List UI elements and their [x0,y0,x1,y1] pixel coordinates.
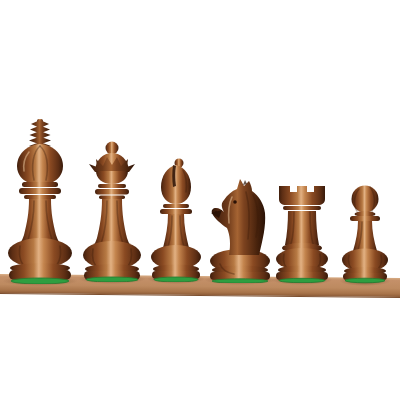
chess-piece-pawn [341,184,389,284]
chess-piece-knight [208,169,272,283]
queen-icon [82,140,142,282]
rook-icon [274,179,330,283]
king-icon [7,118,73,284]
chess-piece-rook [274,179,330,283]
bishop-icon [150,156,202,282]
chess-piece-king [7,118,73,284]
chess-piece-bishop [150,156,202,282]
knight-icon [208,169,272,283]
chess-piece-queen [82,140,142,282]
pawn-icon [341,184,389,284]
product-photo [0,0,400,400]
